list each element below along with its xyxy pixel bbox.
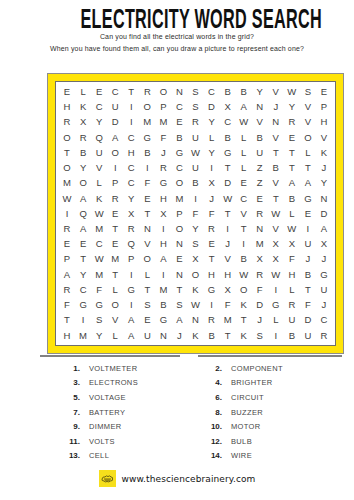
- grid-cell-r3c15: R: [284, 114, 300, 129]
- grid-cell-r1c10: C: [204, 84, 220, 99]
- grid-cell-r9c6: T: [139, 206, 155, 221]
- grid-cell-r17c6: U: [139, 328, 155, 343]
- grid-cell-r9c15: L: [284, 206, 300, 221]
- grid-cell-r12c15: F: [284, 252, 300, 267]
- grid-cell-r8c6: E: [139, 191, 155, 206]
- grid-cell-r4c6: G: [139, 130, 155, 145]
- word-search-grid: ELECTRONSCBBYVWSEHKCUIOPCSDXANJYVPRXYDIM…: [55, 81, 336, 346]
- page-title: ELECTRICITY WORD SEARCH: [81, 3, 323, 36]
- grid-cell-r6c17: J: [316, 160, 332, 175]
- grid-cell-r7c1: M: [59, 175, 75, 190]
- grid-cell-r16c14: L: [268, 313, 284, 328]
- grid-cell-r13c1: A: [59, 267, 75, 282]
- grid-cell-r2c1: H: [59, 99, 75, 114]
- word-number: 10.: [192, 422, 222, 431]
- grid-cell-r9c4: E: [107, 206, 123, 221]
- grid-cell-r6c16: T: [300, 160, 316, 175]
- grid-cell-r11c4: E: [107, 236, 123, 251]
- grid-cell-r5c10: Y: [204, 145, 220, 160]
- grid-cell-r14c16: T: [300, 282, 316, 297]
- grid-cell-r15c9: W: [187, 297, 203, 312]
- grid-cell-r7c6: F: [139, 175, 155, 190]
- word-label: BUZZER: [231, 408, 263, 417]
- grid-cell-r9c2: Q: [75, 206, 91, 221]
- word-label: VOLTMETER: [89, 364, 137, 373]
- grid-cell-r13c15: H: [284, 267, 300, 282]
- grid-cell-r2c6: O: [139, 99, 155, 114]
- grid-cell-r14c3: F: [91, 282, 107, 297]
- grid-cell-r4c5: C: [123, 130, 139, 145]
- grid-cell-r4c8: B: [171, 130, 187, 145]
- grid-cell-r12c14: X: [268, 252, 284, 267]
- grid-cell-r17c9: K: [187, 328, 203, 343]
- grid-cell-r4c13: B: [252, 130, 268, 145]
- grid-cell-r13c9: O: [187, 267, 203, 282]
- word-item-circuit: 6.CIRCUIT: [192, 390, 283, 405]
- grid-cell-r5c11: G: [220, 145, 236, 160]
- grid-cell-r15c8: S: [171, 297, 187, 312]
- grid-cell-r9c17: D: [316, 206, 332, 221]
- grid-cell-r5c4: O: [107, 145, 123, 160]
- grid-cell-r15c7: B: [155, 297, 171, 312]
- grid-cell-r2c13: N: [252, 99, 268, 114]
- grid-cell-r8c3: K: [91, 191, 107, 206]
- grid-cell-r1c7: O: [155, 84, 171, 99]
- grid-cell-r11c9: S: [187, 236, 203, 251]
- grid-cell-r16c2: I: [75, 313, 91, 328]
- grid-cell-r5c5: H: [123, 145, 139, 160]
- grid-cell-r2c17: P: [316, 99, 332, 114]
- grid-cell-r3c6: M: [139, 114, 155, 129]
- grid-cell-r9c12: V: [236, 206, 252, 221]
- grid-cell-r17c12: K: [236, 328, 252, 343]
- grid-cell-r10c8: O: [171, 221, 187, 236]
- grid-cell-r7c11: D: [220, 175, 236, 190]
- grid-cell-r9c8: P: [171, 206, 187, 221]
- word-item-battery: 7.BATTERY: [50, 405, 138, 420]
- grid-cell-r16c5: A: [123, 313, 139, 328]
- grid-cell-r3c7: M: [155, 114, 171, 129]
- grid-cell-r12c2: T: [75, 252, 91, 267]
- grid-cell-r1c14: V: [268, 84, 284, 99]
- grid-cell-r14c14: I: [268, 282, 284, 297]
- grid-cell-r15c2: G: [75, 297, 91, 312]
- grid-cell-r15c15: R: [284, 297, 300, 312]
- grid-cell-r7c3: L: [91, 175, 107, 190]
- word-label: CELL: [89, 451, 109, 460]
- grid-cell-r3c11: C: [220, 114, 236, 129]
- word-number: 6.: [192, 393, 222, 402]
- grid-cell-r11c1: E: [59, 236, 75, 251]
- grid-cell-r6c4: I: [107, 160, 123, 175]
- grid-cell-r5c9: W: [187, 145, 203, 160]
- grid-cell-r11c14: X: [268, 236, 284, 251]
- grid-cell-r12c6: O: [139, 252, 155, 267]
- grid-cell-r7c13: Z: [252, 175, 268, 190]
- grid-cell-r15c13: D: [252, 297, 268, 312]
- grid-cell-r1c2: L: [75, 84, 91, 99]
- footer-url: www.thesciencebrainery.com: [122, 474, 256, 484]
- grid-cell-r11c8: N: [171, 236, 187, 251]
- grid-cell-r12c13: X: [252, 252, 268, 267]
- grid-cell-r16c3: S: [91, 313, 107, 328]
- grid-cell-r16c4: V: [107, 313, 123, 328]
- word-label: MOTOR: [231, 422, 261, 431]
- word-number: 2.: [192, 364, 222, 373]
- grid-cell-r4c10: L: [204, 130, 220, 145]
- grid-cell-r12c9: X: [187, 252, 203, 267]
- brain-squiggle: [101, 474, 114, 483]
- grid-cell-r4c1: O: [59, 130, 75, 145]
- grid-cell-r7c12: E: [236, 175, 252, 190]
- grid-cell-r2c16: V: [300, 99, 316, 114]
- grid-cell-r8c5: Y: [123, 191, 139, 206]
- grid-cell-r5c14: T: [268, 145, 284, 160]
- grid-cell-r7c14: V: [268, 175, 284, 190]
- grid-cell-r8c14: T: [268, 191, 284, 206]
- grid-cell-r13c17: G: [316, 267, 332, 282]
- grid-cell-r14c12: O: [236, 282, 252, 297]
- grid-cell-r4c15: E: [284, 130, 300, 145]
- grid-cell-r16c7: G: [155, 313, 171, 328]
- grid-cell-r2c7: P: [155, 99, 171, 114]
- grid-cell-r13c16: B: [300, 267, 316, 282]
- grid-cell-r9c5: X: [123, 206, 139, 221]
- grid-cell-r2c5: I: [123, 99, 139, 114]
- grid-cell-r15c6: S: [139, 297, 155, 312]
- grid-cell-r7c7: G: [155, 175, 171, 190]
- word-item-bulb: 12.BULB: [192, 434, 283, 449]
- word-item-buzzer: 8.BUZZER: [192, 405, 283, 420]
- grid-cell-r3c17: H: [316, 114, 332, 129]
- grid-cell-r10c5: R: [123, 221, 139, 236]
- grid-cell-r9c13: R: [252, 206, 268, 221]
- grid-cell-r11c13: M: [252, 236, 268, 251]
- grid-cell-r17c4: L: [107, 328, 123, 343]
- grid-cell-r6c8: C: [171, 160, 187, 175]
- word-number: 5.: [50, 393, 80, 402]
- grid-cell-r13c8: N: [171, 267, 187, 282]
- grid-cell-r15c3: G: [91, 297, 107, 312]
- brain-logo-icon: [99, 470, 116, 487]
- grid-cell-r3c12: W: [236, 114, 252, 129]
- grid-cell-r5c12: L: [236, 145, 252, 160]
- grid-cell-r8c8: M: [171, 191, 187, 206]
- word-label: WIRE: [231, 451, 252, 460]
- grid-cell-r17c16: U: [300, 328, 316, 343]
- grid-cell-r17c15: B: [284, 328, 300, 343]
- grid-cell-r14c7: M: [155, 282, 171, 297]
- grid-cell-r4c9: U: [187, 130, 203, 145]
- word-label: BULB: [231, 437, 252, 446]
- grid-cell-r12c11: V: [220, 252, 236, 267]
- grid-cell-r12c16: J: [300, 252, 316, 267]
- grid-cell-r8c11: W: [220, 191, 236, 206]
- word-item-voltage: 5.VOLTAGE: [50, 390, 138, 405]
- grid-cell-r1c6: R: [139, 84, 155, 99]
- grid-cell-r17c3: Y: [91, 328, 107, 343]
- grid-cell-r16c9: N: [187, 313, 203, 328]
- grid-cell-r14c13: F: [252, 282, 268, 297]
- grid-cell-r16c8: A: [171, 313, 187, 328]
- grid-cell-r9c10: F: [204, 206, 220, 221]
- grid-cell-r8c1: W: [59, 191, 75, 206]
- grid-cell-r3c5: I: [123, 114, 139, 129]
- grid-cell-r8c12: C: [236, 191, 252, 206]
- grid-cell-r17c8: J: [171, 328, 187, 343]
- word-label: BRIGHTER: [231, 378, 273, 387]
- grid-cell-r2c8: C: [171, 99, 187, 114]
- grid-cell-r3c8: E: [171, 114, 187, 129]
- grid-cell-r10c7: I: [155, 221, 171, 236]
- grid-cell-r2c14: J: [268, 99, 284, 114]
- grid-cell-r11c3: C: [91, 236, 107, 251]
- grid-cell-r17c7: N: [155, 328, 171, 343]
- grid-cell-r9c7: X: [155, 206, 171, 221]
- grid-cell-r12c8: E: [171, 252, 187, 267]
- grid-cell-r1c17: E: [316, 84, 332, 99]
- grid-cell-r11c10: E: [204, 236, 220, 251]
- grid-cell-r11c6: V: [139, 236, 155, 251]
- subtitle-line-2: When you have found them all, can you dr…: [0, 45, 354, 52]
- grid-cell-r6c7: R: [155, 160, 171, 175]
- grid-cell-r16c16: D: [300, 313, 316, 328]
- grid-cell-r15c14: G: [268, 297, 284, 312]
- grid-cell-r6c2: Y: [75, 160, 91, 175]
- grid-cell-r9c14: W: [268, 206, 284, 221]
- grid-cell-r10c14: V: [268, 221, 284, 236]
- grid-cell-r17c13: S: [252, 328, 268, 343]
- grid-cell-r3c3: Y: [91, 114, 107, 129]
- grid-cell-r16c6: E: [139, 313, 155, 328]
- grid-cell-r2c12: A: [236, 99, 252, 114]
- grid-cell-r15c17: J: [316, 297, 332, 312]
- word-item-electrons: 3.ELECTRONS: [50, 376, 138, 391]
- word-number: 4.: [192, 378, 222, 387]
- grid-cell-r13c13: R: [252, 267, 268, 282]
- word-item-volts: 11.VOLTS: [50, 434, 138, 449]
- grid-cell-r6c13: Z: [252, 160, 268, 175]
- grid-cell-r12c3: W: [91, 252, 107, 267]
- grid-cell-r8c15: B: [284, 191, 300, 206]
- grid-cell-r10c13: N: [252, 221, 268, 236]
- word-number: 11.: [50, 437, 80, 446]
- grid-cell-r14c1: R: [59, 282, 75, 297]
- grid-cell-r2c4: U: [107, 99, 123, 114]
- grid-cell-r1c16: S: [300, 84, 316, 99]
- grid-cell-r13c2: Y: [75, 267, 91, 282]
- grid-cell-r8c9: I: [187, 191, 203, 206]
- grid-cell-r17c17: R: [316, 328, 332, 343]
- word-number: 8.: [192, 408, 222, 417]
- grid-cell-r1c12: B: [236, 84, 252, 99]
- word-number: 1.: [50, 364, 80, 373]
- grid-cell-r16c12: T: [236, 313, 252, 328]
- grid-cell-r16c15: U: [284, 313, 300, 328]
- word-label: CIRCUIT: [231, 393, 264, 402]
- grid-cell-r15c11: F: [220, 297, 236, 312]
- grid-cell-r15c10: I: [204, 297, 220, 312]
- grid-cell-r4c11: B: [220, 130, 236, 145]
- word-number: 14.: [192, 451, 222, 460]
- grid-cell-r11c17: X: [316, 236, 332, 251]
- grid-cell-r5c15: T: [284, 145, 300, 160]
- grid-cell-r6c5: C: [123, 160, 139, 175]
- grid-cell-r7c4: P: [107, 175, 123, 190]
- grid-cell-r6c10: I: [204, 160, 220, 175]
- word-label: ELECTRONS: [89, 378, 138, 387]
- grid-cell-r7c9: B: [187, 175, 203, 190]
- grid-cell-r11c7: H: [155, 236, 171, 251]
- grid-cell-r12c7: A: [155, 252, 171, 267]
- grid-cell-r6c11: T: [220, 160, 236, 175]
- grid-cell-r10c11: I: [220, 221, 236, 236]
- grid-cell-r14c5: G: [123, 282, 139, 297]
- grid-cell-r7c8: O: [171, 175, 187, 190]
- grid-cell-r2c3: C: [91, 99, 107, 114]
- grid-cell-r14c10: G: [204, 282, 220, 297]
- grid-cell-r17c11: T: [220, 328, 236, 343]
- word-item-motor: 10.MOTOR: [192, 419, 283, 434]
- grid-cell-r12c4: M: [107, 252, 123, 267]
- grid-cell-r16c1: T: [59, 313, 75, 328]
- divider-right: [198, 355, 342, 357]
- grid-cell-r5c7: J: [155, 145, 171, 160]
- grid-cell-r3c13: V: [252, 114, 268, 129]
- grid-cell-r10c3: M: [91, 221, 107, 236]
- grid-cell-r9c9: F: [187, 206, 203, 221]
- grid-cell-r10c1: R: [59, 221, 75, 236]
- grid-cell-r13c5: I: [123, 267, 139, 282]
- grid-cell-r17c1: H: [59, 328, 75, 343]
- grid-cell-r10c6: N: [139, 221, 155, 236]
- grid-cell-r11c16: U: [300, 236, 316, 251]
- word-number: 13.: [50, 451, 80, 460]
- grid-cell-r14c17: U: [316, 282, 332, 297]
- grid-cell-r6c1: O: [59, 160, 75, 175]
- grid-cell-r10c4: T: [107, 221, 123, 236]
- grid-cell-r17c14: I: [268, 328, 284, 343]
- word-label: VOLTAGE: [89, 393, 126, 402]
- grid-cell-r15c12: K: [236, 297, 252, 312]
- grid-cell-r15c5: I: [123, 297, 139, 312]
- subtitle-line-1: Can you find all the electrical words in…: [0, 33, 354, 40]
- word-label: VOLTS: [89, 437, 115, 446]
- grid-cell-r4c4: A: [107, 130, 123, 145]
- word-number: 3.: [50, 378, 80, 387]
- grid-cell-r7c10: X: [204, 175, 220, 190]
- word-item-cell: 13.CELL: [50, 449, 138, 464]
- word-number: 7.: [50, 408, 80, 417]
- word-label: DIMMER: [89, 422, 122, 431]
- grid-cell-r8c10: J: [204, 191, 220, 206]
- grid-cell-r6c3: V: [91, 160, 107, 175]
- grid-cell-r6c14: B: [268, 160, 284, 175]
- grid-cell-r5c16: L: [300, 145, 316, 160]
- grid-cell-r10c2: A: [75, 221, 91, 236]
- grid-cell-r3c9: R: [187, 114, 203, 129]
- grid-cell-r13c10: H: [204, 267, 220, 282]
- grid-cell-r15c4: O: [107, 297, 123, 312]
- grid-cell-r1c9: S: [187, 84, 203, 99]
- word-list-left: 1.VOLTMETER3.ELECTRONS5.VOLTAGE7.BATTERY…: [50, 361, 138, 463]
- grid-cell-r5c13: U: [252, 145, 268, 160]
- grid-cell-r9c3: W: [91, 206, 107, 221]
- grid-cell-r2c15: Y: [284, 99, 300, 114]
- grid-cell-r3c4: D: [107, 114, 123, 129]
- grid-cell-r11c12: I: [236, 236, 252, 251]
- grid-cell-r3c10: Y: [204, 114, 220, 129]
- grid-cell-r17c2: M: [75, 328, 91, 343]
- word-item-wire: 14.WIRE: [192, 449, 283, 464]
- grid-cell-r10c16: I: [300, 221, 316, 236]
- word-number: 9.: [50, 422, 80, 431]
- grid-cell-r1c5: T: [123, 84, 139, 99]
- grid-cell-r8c17: N: [316, 191, 332, 206]
- grid-cell-r1c3: E: [91, 84, 107, 99]
- grid-cell-r5c6: B: [139, 145, 155, 160]
- grid-cell-r3c1: R: [59, 114, 75, 129]
- grid-cell-r9c11: T: [220, 206, 236, 221]
- word-label: COMPONENT: [231, 364, 283, 373]
- grid-cell-r3c14: N: [268, 114, 284, 129]
- grid-cell-r14c2: C: [75, 282, 91, 297]
- grid-cell-r1c11: B: [220, 84, 236, 99]
- grid-cell-r13c11: H: [220, 267, 236, 282]
- grid-cell-r3c2: X: [75, 114, 91, 129]
- grid-cell-r10c10: R: [204, 221, 220, 236]
- word-item-dimmer: 9.DIMMER: [50, 419, 138, 434]
- word-item-brighter: 4.BRIGHTER: [192, 376, 283, 391]
- grid-cell-r11c5: Q: [123, 236, 139, 251]
- grid-cell-r16c10: R: [204, 313, 220, 328]
- grid-cell-r4c3: Q: [91, 130, 107, 145]
- word-item-component: 2.COMPONENT: [192, 361, 283, 376]
- grid-cell-r8c2: A: [75, 191, 91, 206]
- grid-cell-r1c13: Y: [252, 84, 268, 99]
- grid-cell-r6c12: L: [236, 160, 252, 175]
- grid-cell-r12c17: J: [316, 252, 332, 267]
- grid-cell-r4c7: F: [155, 130, 171, 145]
- grid-cell-r3c16: V: [300, 114, 316, 129]
- grid-cell-r16c17: C: [316, 313, 332, 328]
- grid-cell-r5c8: G: [171, 145, 187, 160]
- header: ELECTRICITY WORD SEARCH: [0, 3, 354, 34]
- grid-cell-r1c1: E: [59, 84, 75, 99]
- grid-cell-r14c4: L: [107, 282, 123, 297]
- grid-cell-r5c3: U: [91, 145, 107, 160]
- grid-cell-r10c9: Y: [187, 221, 203, 236]
- grid-cell-r14c11: X: [220, 282, 236, 297]
- grid-cell-r16c11: M: [220, 313, 236, 328]
- grid-cell-r7c15: A: [284, 175, 300, 190]
- grid-cell-r11c15: X: [284, 236, 300, 251]
- grid-cell-r1c4: C: [107, 84, 123, 99]
- word-label: BATTERY: [89, 408, 125, 417]
- footer: www.thesciencebrainery.com: [0, 470, 354, 487]
- grid-cell-r14c6: T: [139, 282, 155, 297]
- grid-cell-r8c7: H: [155, 191, 171, 206]
- grid-cell-r2c11: X: [220, 99, 236, 114]
- word-number: 12.: [192, 437, 222, 446]
- grid-cell-r8c4: R: [107, 191, 123, 206]
- grid-cell-r12c12: B: [236, 252, 252, 267]
- word-item-voltmeter: 1.VOLTMETER: [50, 361, 138, 376]
- grid-cell-r13c3: M: [91, 267, 107, 282]
- grid-cell-r14c9: K: [187, 282, 203, 297]
- grid-cell-r2c2: K: [75, 99, 91, 114]
- word-search-frame: ELECTRONSCBBYVWSEHKCUIOPCSDXANJYVPRXYDIM…: [48, 74, 343, 353]
